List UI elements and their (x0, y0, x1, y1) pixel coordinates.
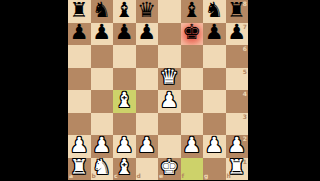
square-b2[interactable]: ♟ (91, 135, 114, 158)
square-f5[interactable] (181, 68, 204, 91)
square-e7[interactable] (158, 23, 181, 46)
square-b8[interactable]: ♞ (91, 0, 114, 23)
square-f6[interactable] (181, 45, 204, 68)
square-a7[interactable]: ♟ (68, 23, 91, 46)
white-pawn-piece[interactable]: ♟ (182, 135, 201, 156)
square-g4[interactable] (203, 90, 226, 113)
square-h3[interactable]: 3 (226, 113, 249, 136)
square-h4[interactable]: 4 (226, 90, 249, 113)
chess-board: ♜♞♝♛♝♞♜8♟♟♟♟♚♟♟76♛5♝♟43♟♟♟♟♟♟♟2♜a♞b♝cd♚e… (68, 0, 248, 180)
square-b6[interactable] (91, 45, 114, 68)
coord-file-f: f (182, 173, 185, 179)
square-c7[interactable]: ♟ (113, 23, 136, 46)
square-h5[interactable]: 5 (226, 68, 249, 91)
coord-rank-3: 3 (243, 114, 247, 120)
square-e1[interactable]: ♚e (158, 158, 181, 181)
black-bishop-piece[interactable]: ♝ (182, 0, 201, 21)
square-g8[interactable]: ♞ (203, 0, 226, 23)
coord-rank-6: 6 (243, 46, 247, 52)
square-c4[interactable]: ♝ (113, 90, 136, 113)
white-pawn-piece[interactable]: ♟ (227, 135, 246, 156)
square-b5[interactable] (91, 68, 114, 91)
square-c8[interactable]: ♝ (113, 0, 136, 23)
black-knight-piece[interactable]: ♞ (92, 0, 111, 21)
square-f3[interactable] (181, 113, 204, 136)
square-e4[interactable]: ♟ (158, 90, 181, 113)
black-pawn-piece[interactable]: ♟ (70, 23, 89, 44)
square-c1[interactable]: ♝c (113, 158, 136, 181)
square-h8[interactable]: ♜8 (226, 0, 249, 23)
square-d1[interactable]: d (136, 158, 159, 181)
square-f2[interactable]: ♟ (181, 135, 204, 158)
black-pawn-piece[interactable]: ♟ (115, 23, 134, 44)
square-c5[interactable] (113, 68, 136, 91)
white-king-piece[interactable]: ♚ (160, 158, 179, 179)
white-knight-piece[interactable]: ♞ (92, 158, 111, 179)
black-pawn-piece[interactable]: ♟ (137, 23, 156, 44)
black-pawn-piece[interactable]: ♟ (227, 23, 246, 44)
black-rook-piece[interactable]: ♜ (227, 0, 246, 21)
square-h2[interactable]: ♟2 (226, 135, 249, 158)
square-d5[interactable] (136, 68, 159, 91)
white-bishop-piece[interactable]: ♝ (115, 158, 134, 179)
square-d3[interactable] (136, 113, 159, 136)
square-h1[interactable]: ♜1h (226, 158, 249, 181)
square-b1[interactable]: ♞b (91, 158, 114, 181)
square-f1[interactable]: f (181, 158, 204, 181)
square-a6[interactable] (68, 45, 91, 68)
square-e5[interactable]: ♛ (158, 68, 181, 91)
white-pawn-piece[interactable]: ♟ (137, 135, 156, 156)
square-a5[interactable] (68, 68, 91, 91)
white-pawn-piece[interactable]: ♟ (115, 135, 134, 156)
square-a4[interactable] (68, 90, 91, 113)
square-d4[interactable] (136, 90, 159, 113)
square-a1[interactable]: ♜a (68, 158, 91, 181)
square-f4[interactable] (181, 90, 204, 113)
square-d2[interactable]: ♟ (136, 135, 159, 158)
white-pawn-piece[interactable]: ♟ (160, 90, 179, 111)
square-f8[interactable]: ♝ (181, 0, 204, 23)
square-b4[interactable] (91, 90, 114, 113)
square-h7[interactable]: ♟7 (226, 23, 249, 46)
square-a8[interactable]: ♜ (68, 0, 91, 23)
black-pawn-piece[interactable]: ♟ (205, 23, 224, 44)
white-bishop-piece[interactable]: ♝ (115, 90, 134, 111)
square-c3[interactable] (113, 113, 136, 136)
square-d7[interactable]: ♟ (136, 23, 159, 46)
black-pawn-piece[interactable]: ♟ (92, 23, 111, 44)
white-rook-piece[interactable]: ♜ (70, 158, 89, 179)
square-b3[interactable] (91, 113, 114, 136)
coord-rank-4: 4 (243, 91, 247, 97)
white-queen-piece[interactable]: ♛ (160, 68, 179, 89)
coord-file-g: g (204, 173, 208, 179)
square-c2[interactable]: ♟ (113, 135, 136, 158)
black-king-piece[interactable]: ♚ (182, 23, 201, 44)
square-e3[interactable] (158, 113, 181, 136)
square-d6[interactable] (136, 45, 159, 68)
square-g5[interactable] (203, 68, 226, 91)
square-a3[interactable] (68, 113, 91, 136)
chess-app-screen: ♜♞♝♛♝♞♜8♟♟♟♟♚♟♟76♛5♝♟43♟♟♟♟♟♟♟2♜a♞b♝cd♚e… (0, 0, 320, 180)
square-b7[interactable]: ♟ (91, 23, 114, 46)
square-g3[interactable] (203, 113, 226, 136)
square-d8[interactable]: ♛ (136, 0, 159, 23)
square-f7[interactable]: ♚ (181, 23, 204, 46)
square-g1[interactable]: g (203, 158, 226, 181)
square-e2[interactable] (158, 135, 181, 158)
square-g2[interactable]: ♟ (203, 135, 226, 158)
square-g6[interactable] (203, 45, 226, 68)
square-c6[interactable] (113, 45, 136, 68)
square-h6[interactable]: 6 (226, 45, 249, 68)
square-g7[interactable]: ♟ (203, 23, 226, 46)
square-a2[interactable]: ♟ (68, 135, 91, 158)
white-rook-piece[interactable]: ♜ (227, 158, 246, 179)
square-e8[interactable] (158, 0, 181, 23)
coord-rank-5: 5 (243, 69, 247, 75)
white-pawn-piece[interactable]: ♟ (70, 135, 89, 156)
black-knight-piece[interactable]: ♞ (205, 0, 224, 21)
black-bishop-piece[interactable]: ♝ (115, 0, 134, 21)
white-pawn-piece[interactable]: ♟ (205, 135, 224, 156)
coord-file-d: d (137, 173, 141, 179)
white-pawn-piece[interactable]: ♟ (92, 135, 111, 156)
square-e6[interactable] (158, 45, 181, 68)
black-queen-piece[interactable]: ♛ (137, 0, 156, 21)
black-rook-piece[interactable]: ♜ (70, 0, 89, 21)
